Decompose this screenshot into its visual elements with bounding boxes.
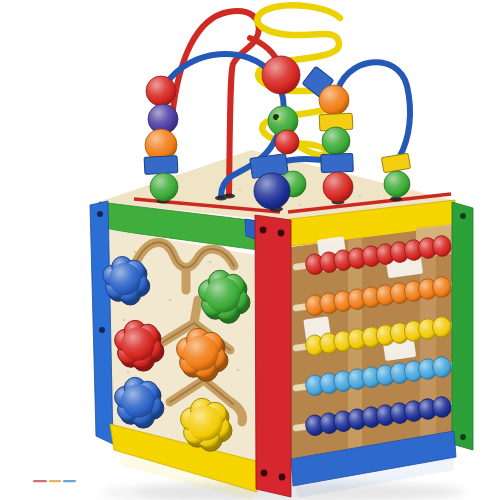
frame-post-red-front (255, 215, 291, 497)
maze-bead-red-sphere (275, 130, 299, 154)
post-hole (99, 327, 105, 333)
maze-bead-blue-cube (144, 156, 178, 175)
post-hole (97, 211, 103, 217)
watermark-dashes (33, 480, 76, 482)
bead-stack-far-right-stack (381, 153, 410, 197)
activity-cube-photo (0, 0, 493, 500)
post-hole (460, 434, 466, 440)
bead-stack-right-stack (319, 113, 353, 202)
watermark-dash (33, 480, 47, 482)
bead-stack-spiral-chain (262, 56, 349, 115)
maze-bead-dark_blue-sphere (254, 173, 290, 209)
maze-bead-orange-sphere (319, 85, 349, 115)
maze-bead-yellow-cube (381, 153, 410, 172)
bead-stack-left-stack (144, 76, 178, 201)
maze-bead-red-sphere (323, 172, 353, 202)
watermark-dash (63, 480, 76, 482)
maze-bead-red-sphere (146, 76, 176, 106)
maze-bead-green-sphere (322, 127, 350, 155)
maze-bead-red-sphere (262, 56, 300, 94)
frame-post-green-right (452, 202, 473, 450)
maze-bead-green-sphere (150, 173, 178, 201)
product-photo (0, 0, 493, 500)
watermark-dash (49, 480, 61, 482)
maze-bead-blue-cube (321, 153, 354, 172)
maze-bead-green-sphere (384, 171, 410, 197)
post-hole (460, 213, 466, 219)
